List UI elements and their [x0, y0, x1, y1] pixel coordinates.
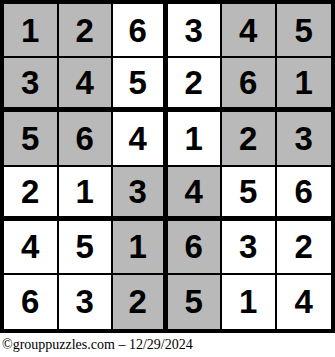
cell-r1c5: 4 — [222, 4, 277, 58]
cell-r4c1: 2 — [4, 167, 59, 221]
cell-r5c3: 1 — [113, 221, 168, 275]
cell-r6c3: 2 — [113, 275, 168, 329]
cell-r2c3: 5 — [113, 58, 168, 112]
cell-r6c5: 1 — [222, 275, 277, 329]
cell-r3c4: 1 — [168, 112, 223, 166]
cell-r5c4: 6 — [168, 221, 223, 275]
cell-r4c3: 3 — [113, 167, 168, 221]
cell-r4c4: 4 — [168, 167, 223, 221]
cell-r3c6: 3 — [277, 112, 332, 166]
cell-r1c3: 6 — [113, 4, 168, 58]
cell-r1c2: 2 — [59, 4, 114, 58]
cell-r5c1: 4 — [4, 221, 59, 275]
cell-r4c6: 6 — [277, 167, 332, 221]
cell-r4c5: 5 — [222, 167, 277, 221]
sudoku-board: 126345345261564123213456451632632514 — [0, 0, 335, 333]
cell-r3c2: 6 — [59, 112, 114, 166]
cell-r6c4: 5 — [168, 275, 223, 329]
cell-r1c6: 5 — [277, 4, 332, 58]
cell-r2c4: 2 — [168, 58, 223, 112]
cell-r6c6: 4 — [277, 275, 332, 329]
cell-r5c6: 2 — [277, 221, 332, 275]
copyright-credit: ©grouppuzzles.com – 12/29/2024 — [0, 333, 335, 357]
cell-r3c1: 5 — [4, 112, 59, 166]
cell-r5c2: 5 — [59, 221, 114, 275]
cell-r3c5: 2 — [222, 112, 277, 166]
cell-r2c6: 1 — [277, 58, 332, 112]
cell-r2c5: 6 — [222, 58, 277, 112]
cell-r1c4: 3 — [168, 4, 223, 58]
cell-r3c3: 4 — [113, 112, 168, 166]
cell-r1c1: 1 — [4, 4, 59, 58]
cell-r4c2: 1 — [59, 167, 114, 221]
cell-r6c2: 3 — [59, 275, 114, 329]
cell-r2c2: 4 — [59, 58, 114, 112]
cell-r2c1: 3 — [4, 58, 59, 112]
cell-r5c5: 3 — [222, 221, 277, 275]
cell-r6c1: 6 — [4, 275, 59, 329]
